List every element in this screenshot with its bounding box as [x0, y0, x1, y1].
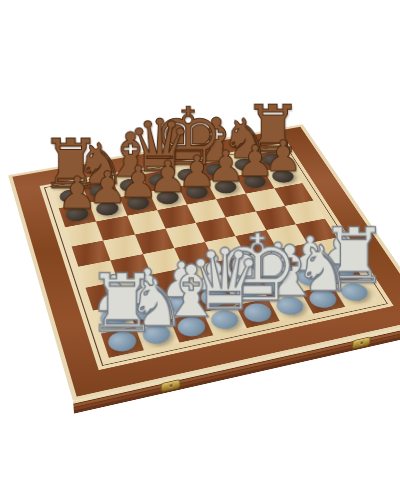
scene: ♜♞♝♛♚♝♞♜♟♟♟♟♟♟♟♟♟♟♟♟♟♟♟♟♜♞♝♛♚♝♞♜ — [0, 0, 400, 498]
brass-clasp-right — [353, 337, 370, 348]
chess-board: ♜♞♝♛♚♝♞♜♟♟♟♟♟♟♟♟♟♟♟♟♟♟♟♟♜♞♝♛♚♝♞♜ — [8, 124, 400, 401]
product-photo: ♜♞♝♛♚♝♞♜♟♟♟♟♟♟♟♟♟♟♟♟♟♟♟♟♜♞♝♛♚♝♞♜ — [0, 0, 400, 498]
brass-clasp-left — [162, 380, 180, 391]
rook-icon: ♜ — [86, 266, 158, 342]
pawn-icon: ♟ — [57, 172, 97, 214]
